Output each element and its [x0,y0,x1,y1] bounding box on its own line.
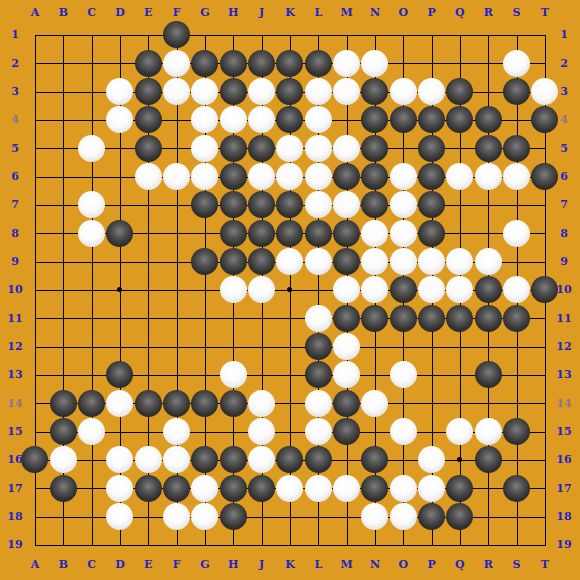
white-stone-C15 [78,418,105,445]
white-stone-N14 [361,390,388,417]
white-stone-H4 [220,106,247,133]
black-stone-Q11 [446,305,473,332]
black-stone-H8 [220,220,247,247]
white-stone-J10 [248,276,275,303]
black-stone-H2 [220,50,247,77]
white-stone-M7 [333,191,360,218]
white-stone-O15 [390,418,417,445]
black-stone-F14 [163,390,190,417]
white-stone-P10 [418,276,445,303]
black-stone-C14 [78,390,105,417]
black-stone-P4 [418,106,445,133]
white-stone-D18 [106,503,133,530]
black-stone-K7 [276,191,303,218]
black-stone-R11 [475,305,502,332]
white-stone-D4 [106,106,133,133]
black-stone-M11 [333,305,360,332]
white-stone-L17 [305,475,332,502]
black-stone-S11 [503,305,530,332]
black-stone-K3 [276,78,303,105]
white-stone-L15 [305,418,332,445]
white-stone-K9 [276,248,303,275]
black-stone-N6 [361,163,388,190]
black-stone-R10 [475,276,502,303]
white-stone-E16 [135,446,162,473]
black-stone-G2 [191,50,218,77]
black-stone-B17 [50,475,77,502]
black-stone-H17 [220,475,247,502]
white-stone-O8 [390,220,417,247]
white-stone-N8 [361,220,388,247]
col-label-D: D [106,3,134,21]
white-stone-P9 [418,248,445,275]
stone-grid [21,21,559,559]
white-stone-L5 [305,135,332,162]
white-stone-Q10 [446,276,473,303]
white-stone-S2 [503,50,530,77]
col-label-C: C [77,3,105,21]
white-stone-M3 [333,78,360,105]
white-stone-L4 [305,106,332,133]
black-stone-R4 [475,106,502,133]
black-stone-S17 [503,475,530,502]
black-stone-M9 [333,248,360,275]
white-stone-M12 [333,333,360,360]
white-stone-F18 [163,503,190,530]
black-stone-H7 [220,191,247,218]
black-stone-E14 [135,390,162,417]
black-stone-O10 [390,276,417,303]
black-stone-B15 [50,418,77,445]
white-stone-N9 [361,248,388,275]
black-stone-M14 [333,390,360,417]
black-stone-D8 [106,220,133,247]
black-stone-E2 [135,50,162,77]
white-stone-C8 [78,220,105,247]
black-stone-N4 [361,106,388,133]
white-stone-B16 [50,446,77,473]
black-stone-T10 [531,276,558,303]
white-stone-O6 [390,163,417,190]
white-stone-P17 [418,475,445,502]
white-stone-R9 [475,248,502,275]
white-stone-L3 [305,78,332,105]
black-stone-N3 [361,78,388,105]
white-stone-G3 [191,78,218,105]
black-stone-A16 [21,446,48,473]
white-stone-N2 [361,50,388,77]
white-stone-O9 [390,248,417,275]
black-stone-H5 [220,135,247,162]
col-label-Q: Q [446,3,474,21]
white-stone-G17 [191,475,218,502]
col-label-N: N [361,3,389,21]
white-stone-R6 [475,163,502,190]
black-stone-M8 [333,220,360,247]
black-stone-K16 [276,446,303,473]
black-stone-G14 [191,390,218,417]
white-stone-N18 [361,503,388,530]
col-label-K: K [276,3,304,21]
black-stone-N7 [361,191,388,218]
hoshi-dot [457,457,462,462]
col-label-L: L [304,3,332,21]
col-label-E: E [134,3,162,21]
black-stone-D13 [106,361,133,388]
white-stone-L14 [305,390,332,417]
white-stone-K17 [276,475,303,502]
black-stone-L13 [305,361,332,388]
col-label-M: M [332,3,360,21]
black-stone-J2 [248,50,275,77]
white-stone-D17 [106,475,133,502]
black-stone-Q4 [446,106,473,133]
white-stone-T3 [531,78,558,105]
white-stone-K6 [276,163,303,190]
col-label-P: P [417,3,445,21]
white-stone-H10 [220,276,247,303]
black-stone-P8 [418,220,445,247]
black-stone-F17 [163,475,190,502]
black-stone-Q17 [446,475,473,502]
white-stone-P3 [418,78,445,105]
black-stone-N16 [361,446,388,473]
black-stone-J17 [248,475,275,502]
white-stone-O7 [390,191,417,218]
black-stone-L12 [305,333,332,360]
black-stone-E5 [135,135,162,162]
white-stone-O13 [390,361,417,388]
white-stone-L11 [305,305,332,332]
black-stone-G16 [191,446,218,473]
white-stone-C5 [78,135,105,162]
white-stone-O18 [390,503,417,530]
white-stone-E6 [135,163,162,190]
black-stone-S5 [503,135,530,162]
white-stone-O17 [390,475,417,502]
white-stone-P16 [418,446,445,473]
white-stone-S6 [503,163,530,190]
black-stone-L2 [305,50,332,77]
black-stone-M6 [333,163,360,190]
black-stone-H16 [220,446,247,473]
white-stone-Q15 [446,418,473,445]
black-stone-L16 [305,446,332,473]
black-stone-F1 [163,21,190,48]
black-stone-N11 [361,305,388,332]
col-label-J: J [247,3,275,21]
col-label-B: B [49,3,77,21]
white-stone-C7 [78,191,105,218]
black-stone-Q18 [446,503,473,530]
col-label-S: S [502,3,530,21]
black-stone-O11 [390,305,417,332]
black-stone-K2 [276,50,303,77]
white-stone-M5 [333,135,360,162]
black-stone-H18 [220,503,247,530]
black-stone-N5 [361,135,388,162]
hoshi-dot [287,287,292,292]
black-stone-P6 [418,163,445,190]
black-stone-H9 [220,248,247,275]
black-stone-E17 [135,475,162,502]
white-stone-M13 [333,361,360,388]
black-stone-H3 [220,78,247,105]
white-stone-S10 [503,276,530,303]
white-stone-F2 [163,50,190,77]
white-stone-M2 [333,50,360,77]
black-stone-P11 [418,305,445,332]
white-stone-D16 [106,446,133,473]
black-stone-S3 [503,78,530,105]
white-stone-G5 [191,135,218,162]
col-label-O: O [389,3,417,21]
black-stone-J7 [248,191,275,218]
black-stone-R13 [475,361,502,388]
white-stone-D3 [106,78,133,105]
black-stone-L8 [305,220,332,247]
white-stone-M17 [333,475,360,502]
white-stone-L9 [305,248,332,275]
white-stone-J6 [248,163,275,190]
white-stone-G4 [191,106,218,133]
hoshi-dot [117,287,122,292]
black-stone-R16 [475,446,502,473]
col-label-T: T [531,3,559,21]
white-stone-M10 [333,276,360,303]
col-label-R: R [474,3,502,21]
black-stone-H6 [220,163,247,190]
black-stone-J9 [248,248,275,275]
white-stone-G6 [191,163,218,190]
white-stone-L7 [305,191,332,218]
black-stone-J5 [248,135,275,162]
white-stone-S8 [503,220,530,247]
black-stone-O4 [390,106,417,133]
black-stone-M15 [333,418,360,445]
white-stone-Q6 [446,163,473,190]
black-stone-H14 [220,390,247,417]
black-stone-E3 [135,78,162,105]
white-stone-L6 [305,163,332,190]
white-stone-H13 [220,361,247,388]
white-stone-F16 [163,446,190,473]
white-stone-J3 [248,78,275,105]
black-stone-G9 [191,248,218,275]
black-stone-P5 [418,135,445,162]
white-stone-J16 [248,446,275,473]
white-stone-G18 [191,503,218,530]
white-stone-D14 [106,390,133,417]
black-stone-P7 [418,191,445,218]
black-stone-N17 [361,475,388,502]
white-stone-Q9 [446,248,473,275]
white-stone-F3 [163,78,190,105]
black-stone-P18 [418,503,445,530]
coordinates-top: ABCDEFGHJKLMNOPQRST [21,3,559,21]
col-label-F: F [162,3,190,21]
goban[interactable]: ABCDEFGHJKLMNOPQRST ABCDEFGHJKLMNOPQRST … [0,0,580,580]
col-label-G: G [191,3,219,21]
black-stone-T4 [531,106,558,133]
black-stone-K4 [276,106,303,133]
white-stone-F6 [163,163,190,190]
black-stone-S15 [503,418,530,445]
black-stone-Q3 [446,78,473,105]
black-stone-J8 [248,220,275,247]
black-stone-B14 [50,390,77,417]
black-stone-K8 [276,220,303,247]
white-stone-K5 [276,135,303,162]
white-stone-N10 [361,276,388,303]
white-stone-R15 [475,418,502,445]
black-stone-R5 [475,135,502,162]
white-stone-F15 [163,418,190,445]
white-stone-O3 [390,78,417,105]
white-stone-J15 [248,418,275,445]
col-label-H: H [219,3,247,21]
black-stone-T6 [531,163,558,190]
col-label-A: A [21,3,49,21]
white-stone-J14 [248,390,275,417]
black-stone-G7 [191,191,218,218]
white-stone-J4 [248,106,275,133]
black-stone-E4 [135,106,162,133]
